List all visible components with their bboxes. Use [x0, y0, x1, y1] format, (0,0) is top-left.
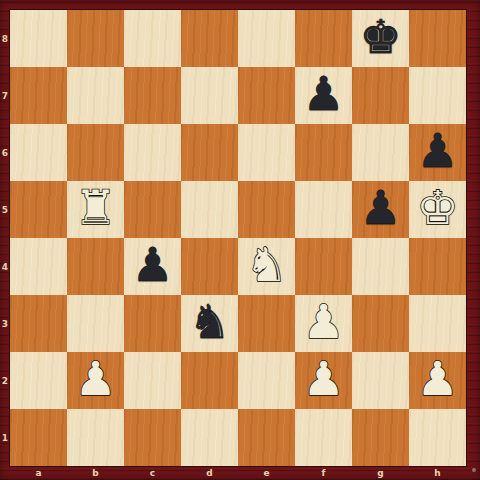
file-label-c: c: [124, 466, 181, 480]
square-c5[interactable]: [124, 181, 181, 238]
square-e4[interactable]: ♞: [238, 238, 295, 295]
square-d2[interactable]: [181, 352, 238, 409]
square-c2[interactable]: [124, 352, 181, 409]
file-label-f: f: [295, 466, 352, 480]
square-c7[interactable]: [124, 67, 181, 124]
rank-label-7: 7: [0, 67, 10, 124]
square-h1[interactable]: [409, 409, 466, 466]
square-f5[interactable]: [295, 181, 352, 238]
file-label-h: h: [409, 466, 466, 480]
file-label-g: g: [352, 466, 409, 480]
piece-white-pawn[interactable]: ♟: [302, 350, 344, 407]
square-b6[interactable]: [67, 124, 124, 181]
square-a2[interactable]: [10, 352, 67, 409]
square-b4[interactable]: [67, 238, 124, 295]
piece-black-knight[interactable]: ♞: [188, 293, 230, 350]
file-label-a: a: [10, 466, 67, 480]
square-f8[interactable]: [295, 10, 352, 67]
square-c3[interactable]: [124, 295, 181, 352]
piece-white-rook[interactable]: ♜: [74, 179, 116, 236]
chess-board[interactable]: ♚♟♟♜♟♚♟♞♞♟♟♟♟: [10, 10, 466, 466]
square-h4[interactable]: [409, 238, 466, 295]
square-g3[interactable]: [352, 295, 409, 352]
square-c1[interactable]: [124, 409, 181, 466]
square-h3[interactable]: [409, 295, 466, 352]
piece-black-pawn[interactable]: ♟: [416, 122, 458, 179]
square-e3[interactable]: [238, 295, 295, 352]
square-c6[interactable]: [124, 124, 181, 181]
square-c4[interactable]: ♟: [124, 238, 181, 295]
piece-white-king[interactable]: ♚: [416, 179, 458, 236]
corner-dot: [472, 468, 476, 472]
rank-label-3: 3: [0, 295, 10, 352]
square-d8[interactable]: [181, 10, 238, 67]
square-g8[interactable]: ♚: [352, 10, 409, 67]
file-label-d: d: [181, 466, 238, 480]
square-e5[interactable]: [238, 181, 295, 238]
square-a6[interactable]: [10, 124, 67, 181]
square-g7[interactable]: [352, 67, 409, 124]
square-f7[interactable]: ♟: [295, 67, 352, 124]
square-h5[interactable]: ♚: [409, 181, 466, 238]
piece-black-king[interactable]: ♚: [359, 8, 401, 65]
square-f3[interactable]: ♟: [295, 295, 352, 352]
piece-white-pawn[interactable]: ♟: [416, 350, 458, 407]
piece-white-knight[interactable]: ♞: [245, 236, 287, 293]
square-a3[interactable]: [10, 295, 67, 352]
rank-label-5: 5: [0, 181, 10, 238]
square-a5[interactable]: [10, 181, 67, 238]
square-f1[interactable]: [295, 409, 352, 466]
square-d5[interactable]: [181, 181, 238, 238]
square-g2[interactable]: [352, 352, 409, 409]
square-b5[interactable]: ♜: [67, 181, 124, 238]
rank-label-8: 8: [0, 10, 10, 67]
square-b3[interactable]: [67, 295, 124, 352]
square-e1[interactable]: [238, 409, 295, 466]
square-a7[interactable]: [10, 67, 67, 124]
square-a4[interactable]: [10, 238, 67, 295]
square-g6[interactable]: [352, 124, 409, 181]
square-f4[interactable]: [295, 238, 352, 295]
rank-label-6: 6: [0, 124, 10, 181]
square-c8[interactable]: [124, 10, 181, 67]
square-d3[interactable]: ♞: [181, 295, 238, 352]
square-b7[interactable]: [67, 67, 124, 124]
file-label-b: b: [67, 466, 124, 480]
piece-white-pawn[interactable]: ♟: [74, 350, 116, 407]
square-h2[interactable]: ♟: [409, 352, 466, 409]
square-h8[interactable]: [409, 10, 466, 67]
square-d7[interactable]: [181, 67, 238, 124]
square-b2[interactable]: ♟: [67, 352, 124, 409]
square-d6[interactable]: [181, 124, 238, 181]
piece-black-pawn[interactable]: ♟: [302, 65, 344, 122]
square-h7[interactable]: [409, 67, 466, 124]
rank-label-1: 1: [0, 409, 10, 466]
piece-white-pawn[interactable]: ♟: [302, 293, 344, 350]
square-b8[interactable]: [67, 10, 124, 67]
square-f2[interactable]: ♟: [295, 352, 352, 409]
square-d4[interactable]: [181, 238, 238, 295]
square-h6[interactable]: ♟: [409, 124, 466, 181]
square-a1[interactable]: [10, 409, 67, 466]
square-f6[interactable]: [295, 124, 352, 181]
square-e8[interactable]: [238, 10, 295, 67]
square-e6[interactable]: [238, 124, 295, 181]
rank-label-2: 2: [0, 352, 10, 409]
file-label-e: e: [238, 466, 295, 480]
square-b1[interactable]: [67, 409, 124, 466]
rank-label-4: 4: [0, 238, 10, 295]
square-d1[interactable]: [181, 409, 238, 466]
piece-black-pawn[interactable]: ♟: [359, 179, 401, 236]
piece-black-pawn[interactable]: ♟: [131, 236, 173, 293]
square-e7[interactable]: [238, 67, 295, 124]
square-g5[interactable]: ♟: [352, 181, 409, 238]
square-a8[interactable]: [10, 10, 67, 67]
board-frame: ♚♟♟♜♟♚♟♞♞♟♟♟♟ 87654321 abcdefgh: [0, 0, 480, 480]
square-e2[interactable]: [238, 352, 295, 409]
square-g4[interactable]: [352, 238, 409, 295]
square-g1[interactable]: [352, 409, 409, 466]
